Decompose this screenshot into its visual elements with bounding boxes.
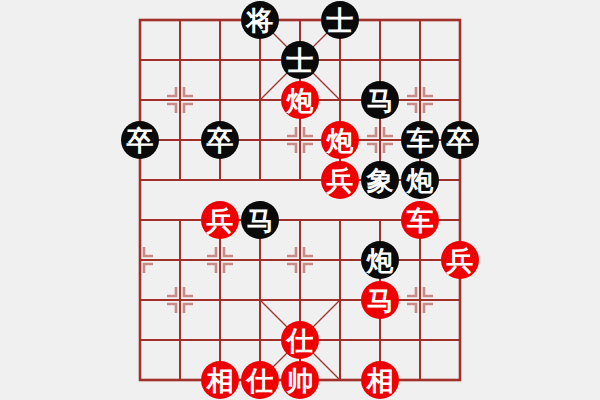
point-f4r7 [280,280,320,320]
point-f0r0 [120,0,160,40]
point-f6r3 [360,120,400,160]
point-f5r6 [320,240,360,280]
point-f7r3: 车 [400,120,440,160]
point-f2r4 [200,160,240,200]
point-f1r4 [160,160,200,200]
piece-red-cannon[interactable]: 炮 [281,81,319,119]
point-f4r3 [280,120,320,160]
xiangqi-board: 将士士炮马卒卒炮车卒兵象炮兵马车炮兵马仕相仕帅相 [0,0,600,400]
point-f6r2: 马 [360,80,400,120]
piece-black-chariot[interactable]: 车 [401,121,439,159]
point-f4r9: 帅 [280,360,320,400]
point-f8r8 [440,320,480,360]
piece-red-elephant[interactable]: 相 [201,361,239,399]
point-f4r6 [280,240,320,280]
point-f0r9 [120,360,160,400]
point-f7r6 [400,240,440,280]
point-f3r1 [240,40,280,80]
piece-black-elephant[interactable]: 象 [361,161,399,199]
point-f0r3: 卒 [120,120,160,160]
piece-red-chariot[interactable]: 车 [401,201,439,239]
piece-red-advisor[interactable]: 仕 [241,361,279,399]
point-f0r6 [120,240,160,280]
point-f1r9 [160,360,200,400]
piece-red-advisor[interactable]: 仕 [281,321,319,359]
point-f0r2 [120,80,160,120]
point-f1r6 [160,240,200,280]
point-f7r2 [400,80,440,120]
point-f4r0 [280,0,320,40]
point-f6r5 [360,200,400,240]
point-f5r9 [320,360,360,400]
point-f7r0 [400,0,440,40]
point-f5r8 [320,320,360,360]
point-f2r0 [200,0,240,40]
point-f6r8 [360,320,400,360]
piece-red-cannon[interactable]: 炮 [321,121,359,159]
point-f5r1 [320,40,360,80]
point-f1r7 [160,280,200,320]
piece-red-elephant[interactable]: 相 [361,361,399,399]
point-f8r5 [440,200,480,240]
point-f5r3: 炮 [320,120,360,160]
point-f4r4 [280,160,320,200]
point-f6r0 [360,0,400,40]
piece-red-general[interactable]: 帅 [281,361,319,399]
point-f7r9 [400,360,440,400]
point-f7r8 [400,320,440,360]
point-f2r9: 相 [200,360,240,400]
piece-red-soldier[interactable]: 兵 [201,201,239,239]
piece-black-soldier[interactable]: 卒 [441,121,479,159]
point-f8r7 [440,280,480,320]
piece-black-soldier[interactable]: 卒 [201,121,239,159]
point-f5r5 [320,200,360,240]
point-f1r5 [160,200,200,240]
point-f0r1 [120,40,160,80]
point-f5r7 [320,280,360,320]
point-f2r8 [200,320,240,360]
point-f8r4 [440,160,480,200]
piece-black-cannon[interactable]: 炮 [361,241,399,279]
point-f4r5 [280,200,320,240]
piece-black-horse[interactable]: 马 [241,201,279,239]
point-f6r4: 象 [360,160,400,200]
point-f2r5: 兵 [200,200,240,240]
point-f7r1 [400,40,440,80]
point-f0r8 [120,320,160,360]
board-points: 将士士炮马卒卒炮车卒兵象炮兵马车炮兵马仕相仕帅相 [120,0,480,400]
point-f0r4 [120,160,160,200]
point-f4r2: 炮 [280,80,320,120]
piece-black-horse[interactable]: 马 [361,81,399,119]
piece-black-soldier[interactable]: 卒 [121,121,159,159]
piece-red-horse[interactable]: 马 [361,281,399,319]
point-f1r8 [160,320,200,360]
point-f5r2 [320,80,360,120]
point-f4r1: 士 [280,40,320,80]
point-f2r2 [200,80,240,120]
point-f3r7 [240,280,280,320]
piece-black-advisor[interactable]: 士 [321,1,359,39]
point-f5r4: 兵 [320,160,360,200]
point-f3r5: 马 [240,200,280,240]
point-f1r1 [160,40,200,80]
point-f8r2 [440,80,480,120]
piece-black-general[interactable]: 将 [241,1,279,39]
piece-red-soldier[interactable]: 兵 [441,241,479,279]
point-f3r8 [240,320,280,360]
point-f1r2 [160,80,200,120]
point-f5r0: 士 [320,0,360,40]
point-f3r2 [240,80,280,120]
piece-black-cannon[interactable]: 炮 [401,161,439,199]
point-f3r9: 仕 [240,360,280,400]
point-f2r1 [200,40,240,80]
point-f8r1 [440,40,480,80]
point-f0r7 [120,280,160,320]
point-f8r9 [440,360,480,400]
point-f8r0 [440,0,480,40]
point-f7r4: 炮 [400,160,440,200]
point-f2r7 [200,280,240,320]
point-f7r5: 车 [400,200,440,240]
point-f6r9: 相 [360,360,400,400]
point-f8r6: 兵 [440,240,480,280]
point-f0r5 [120,200,160,240]
piece-black-advisor[interactable]: 士 [281,41,319,79]
point-f2r3: 卒 [200,120,240,160]
point-f2r6 [200,240,240,280]
point-f7r7 [400,280,440,320]
point-f3r4 [240,160,280,200]
point-f3r0: 将 [240,0,280,40]
point-f6r1 [360,40,400,80]
point-f4r8: 仕 [280,320,320,360]
point-f3r3 [240,120,280,160]
point-f1r0 [160,0,200,40]
point-f8r3: 卒 [440,120,480,160]
point-f6r6: 炮 [360,240,400,280]
point-f6r7: 马 [360,280,400,320]
point-f1r3 [160,120,200,160]
point-f3r6 [240,240,280,280]
piece-red-soldier[interactable]: 兵 [321,161,359,199]
